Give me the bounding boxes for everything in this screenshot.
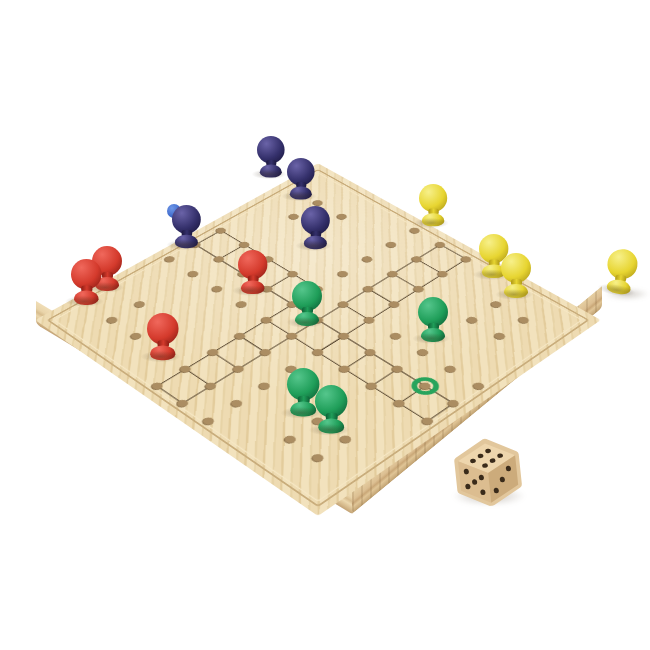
peg-green-track-centre[interactable] (292, 281, 322, 327)
peg-shadow (65, 295, 104, 306)
peg-red-track-left-arm[interactable] (238, 250, 267, 295)
peg-shadow (166, 239, 202, 250)
peg-green-track-right-arm[interactable] (418, 297, 448, 343)
peg-yellow-track-top-arm[interactable] (419, 184, 447, 227)
peg-blue-home-top-corner[interactable] (257, 136, 285, 178)
peg-blue-home-top-corner[interactable] (287, 158, 315, 200)
peg-shadow (308, 424, 349, 436)
peg-shadow (232, 286, 269, 297)
peg-yellow-home-right-corner[interactable] (501, 253, 531, 299)
peg-shadow (141, 351, 181, 363)
peg-red-track-bottom-arm[interactable] (147, 313, 179, 361)
die-svg (451, 435, 526, 510)
peg-shadow (413, 218, 449, 228)
peg-blue-track-left-arm[interactable] (172, 205, 201, 249)
scene (0, 0, 650, 650)
peg-shadow (495, 289, 533, 300)
peg-red-home-left-corner[interactable] (71, 259, 102, 306)
peg-shadow (286, 317, 324, 328)
peg-blue-track-top-arm[interactable] (301, 206, 330, 250)
peg-shadow (295, 240, 331, 251)
peg-shadow (252, 169, 287, 179)
die[interactable] (451, 435, 526, 510)
peg-green-home-bottom-corner[interactable] (315, 385, 347, 435)
peg-shadow (412, 333, 450, 344)
peg-shadow (282, 191, 317, 201)
